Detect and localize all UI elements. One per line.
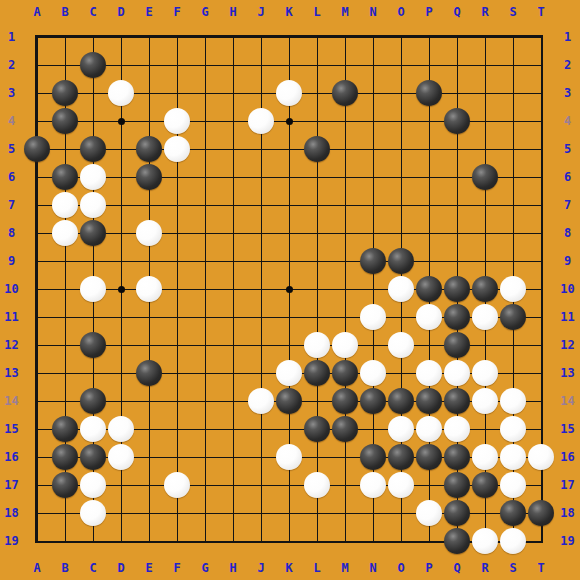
intersection-N18[interactable] <box>359 499 387 527</box>
intersection-Q6[interactable] <box>443 163 471 191</box>
intersection-S1[interactable] <box>499 23 527 51</box>
intersection-F12[interactable] <box>163 331 191 359</box>
intersection-P10[interactable] <box>415 275 443 303</box>
intersection-L4[interactable] <box>303 107 331 135</box>
intersection-M5[interactable] <box>331 135 359 163</box>
intersection-S13[interactable] <box>499 359 527 387</box>
intersection-A6[interactable] <box>23 163 51 191</box>
intersection-E17[interactable] <box>135 471 163 499</box>
intersection-Q13[interactable] <box>443 359 471 387</box>
intersection-G9[interactable] <box>191 247 219 275</box>
intersection-A5[interactable] <box>23 135 51 163</box>
intersection-T13[interactable] <box>527 359 555 387</box>
intersection-L5[interactable] <box>303 135 331 163</box>
intersection-D13[interactable] <box>107 359 135 387</box>
intersection-H15[interactable] <box>219 415 247 443</box>
intersection-J17[interactable] <box>247 471 275 499</box>
intersection-C13[interactable] <box>79 359 107 387</box>
intersection-K2[interactable] <box>275 51 303 79</box>
intersection-L7[interactable] <box>303 191 331 219</box>
intersection-R1[interactable] <box>471 23 499 51</box>
intersection-F16[interactable] <box>163 443 191 471</box>
intersection-N9[interactable] <box>359 247 387 275</box>
intersection-R3[interactable] <box>471 79 499 107</box>
intersection-R12[interactable] <box>471 331 499 359</box>
intersection-Q18[interactable] <box>443 499 471 527</box>
intersection-R17[interactable] <box>471 471 499 499</box>
intersection-G15[interactable] <box>191 415 219 443</box>
intersection-H4[interactable] <box>219 107 247 135</box>
intersection-B2[interactable] <box>51 51 79 79</box>
intersection-H16[interactable] <box>219 443 247 471</box>
intersection-B7[interactable] <box>51 191 79 219</box>
intersection-S14[interactable] <box>499 387 527 415</box>
intersection-P16[interactable] <box>415 443 443 471</box>
intersection-D19[interactable] <box>107 527 135 555</box>
intersection-T10[interactable] <box>527 275 555 303</box>
intersection-F6[interactable] <box>163 163 191 191</box>
intersection-O12[interactable] <box>387 331 415 359</box>
intersection-C8[interactable] <box>79 219 107 247</box>
intersection-A11[interactable] <box>23 303 51 331</box>
intersection-Q3[interactable] <box>443 79 471 107</box>
intersection-T16[interactable] <box>527 443 555 471</box>
intersection-E4[interactable] <box>135 107 163 135</box>
intersection-A4[interactable] <box>23 107 51 135</box>
intersection-C15[interactable] <box>79 415 107 443</box>
intersection-J6[interactable] <box>247 163 275 191</box>
intersection-T5[interactable] <box>527 135 555 163</box>
intersection-T3[interactable] <box>527 79 555 107</box>
intersection-T7[interactable] <box>527 191 555 219</box>
intersection-M10[interactable] <box>331 275 359 303</box>
intersection-C11[interactable] <box>79 303 107 331</box>
intersection-S7[interactable] <box>499 191 527 219</box>
intersection-M11[interactable] <box>331 303 359 331</box>
intersection-B1[interactable] <box>51 23 79 51</box>
intersection-L10[interactable] <box>303 275 331 303</box>
intersection-C16[interactable] <box>79 443 107 471</box>
intersection-A15[interactable] <box>23 415 51 443</box>
intersection-E10[interactable] <box>135 275 163 303</box>
intersection-N5[interactable] <box>359 135 387 163</box>
intersection-K6[interactable] <box>275 163 303 191</box>
intersection-B17[interactable] <box>51 471 79 499</box>
intersection-P8[interactable] <box>415 219 443 247</box>
intersection-K3[interactable] <box>275 79 303 107</box>
intersection-S15[interactable] <box>499 415 527 443</box>
intersection-Q12[interactable] <box>443 331 471 359</box>
intersection-E1[interactable] <box>135 23 163 51</box>
intersection-M6[interactable] <box>331 163 359 191</box>
intersection-P11[interactable] <box>415 303 443 331</box>
intersection-J3[interactable] <box>247 79 275 107</box>
intersection-E7[interactable] <box>135 191 163 219</box>
intersection-G19[interactable] <box>191 527 219 555</box>
intersection-S17[interactable] <box>499 471 527 499</box>
intersection-M1[interactable] <box>331 23 359 51</box>
intersection-B19[interactable] <box>51 527 79 555</box>
intersection-K11[interactable] <box>275 303 303 331</box>
intersection-M13[interactable] <box>331 359 359 387</box>
intersection-M16[interactable] <box>331 443 359 471</box>
intersection-N3[interactable] <box>359 79 387 107</box>
intersection-D18[interactable] <box>107 499 135 527</box>
intersection-K9[interactable] <box>275 247 303 275</box>
intersection-N14[interactable] <box>359 387 387 415</box>
intersection-T1[interactable] <box>527 23 555 51</box>
intersection-J10[interactable] <box>247 275 275 303</box>
intersection-C3[interactable] <box>79 79 107 107</box>
intersection-R9[interactable] <box>471 247 499 275</box>
intersection-P3[interactable] <box>415 79 443 107</box>
intersection-Q2[interactable] <box>443 51 471 79</box>
intersection-A2[interactable] <box>23 51 51 79</box>
intersection-P17[interactable] <box>415 471 443 499</box>
intersection-H1[interactable] <box>219 23 247 51</box>
intersection-F1[interactable] <box>163 23 191 51</box>
intersection-S6[interactable] <box>499 163 527 191</box>
intersection-R7[interactable] <box>471 191 499 219</box>
intersection-F5[interactable] <box>163 135 191 163</box>
intersection-H13[interactable] <box>219 359 247 387</box>
intersection-Q14[interactable] <box>443 387 471 415</box>
intersection-E8[interactable] <box>135 219 163 247</box>
intersection-F13[interactable] <box>163 359 191 387</box>
intersection-A17[interactable] <box>23 471 51 499</box>
intersection-N19[interactable] <box>359 527 387 555</box>
intersection-C14[interactable] <box>79 387 107 415</box>
intersection-S11[interactable] <box>499 303 527 331</box>
intersection-R5[interactable] <box>471 135 499 163</box>
intersection-G17[interactable] <box>191 471 219 499</box>
intersection-S18[interactable] <box>499 499 527 527</box>
intersection-R2[interactable] <box>471 51 499 79</box>
intersection-O3[interactable] <box>387 79 415 107</box>
intersection-Q8[interactable] <box>443 219 471 247</box>
intersection-S3[interactable] <box>499 79 527 107</box>
intersection-S4[interactable] <box>499 107 527 135</box>
intersection-S5[interactable] <box>499 135 527 163</box>
intersection-B14[interactable] <box>51 387 79 415</box>
intersection-O11[interactable] <box>387 303 415 331</box>
intersection-Q4[interactable] <box>443 107 471 135</box>
intersection-O13[interactable] <box>387 359 415 387</box>
intersection-N1[interactable] <box>359 23 387 51</box>
intersection-D8[interactable] <box>107 219 135 247</box>
intersection-H19[interactable] <box>219 527 247 555</box>
intersection-L6[interactable] <box>303 163 331 191</box>
intersection-H17[interactable] <box>219 471 247 499</box>
intersection-B8[interactable] <box>51 219 79 247</box>
intersection-D2[interactable] <box>107 51 135 79</box>
intersection-D15[interactable] <box>107 415 135 443</box>
intersection-M8[interactable] <box>331 219 359 247</box>
intersection-D6[interactable] <box>107 163 135 191</box>
intersection-D11[interactable] <box>107 303 135 331</box>
intersection-L8[interactable] <box>303 219 331 247</box>
intersection-B12[interactable] <box>51 331 79 359</box>
intersection-D4[interactable] <box>107 107 135 135</box>
intersection-H6[interactable] <box>219 163 247 191</box>
intersection-B18[interactable] <box>51 499 79 527</box>
intersection-O4[interactable] <box>387 107 415 135</box>
intersection-N12[interactable] <box>359 331 387 359</box>
intersection-J13[interactable] <box>247 359 275 387</box>
intersection-N10[interactable] <box>359 275 387 303</box>
intersection-T12[interactable] <box>527 331 555 359</box>
intersection-P15[interactable] <box>415 415 443 443</box>
intersection-R14[interactable] <box>471 387 499 415</box>
intersection-L9[interactable] <box>303 247 331 275</box>
intersection-J5[interactable] <box>247 135 275 163</box>
intersection-H14[interactable] <box>219 387 247 415</box>
intersection-G3[interactable] <box>191 79 219 107</box>
intersection-T18[interactable] <box>527 499 555 527</box>
intersection-C19[interactable] <box>79 527 107 555</box>
intersection-K7[interactable] <box>275 191 303 219</box>
intersection-C5[interactable] <box>79 135 107 163</box>
intersection-F15[interactable] <box>163 415 191 443</box>
intersection-E6[interactable] <box>135 163 163 191</box>
intersection-M4[interactable] <box>331 107 359 135</box>
intersection-O8[interactable] <box>387 219 415 247</box>
intersection-A1[interactable] <box>23 23 51 51</box>
intersection-P14[interactable] <box>415 387 443 415</box>
intersection-J9[interactable] <box>247 247 275 275</box>
intersection-H2[interactable] <box>219 51 247 79</box>
intersection-D17[interactable] <box>107 471 135 499</box>
intersection-P6[interactable] <box>415 163 443 191</box>
intersection-M17[interactable] <box>331 471 359 499</box>
intersection-R11[interactable] <box>471 303 499 331</box>
intersection-L1[interactable] <box>303 23 331 51</box>
intersection-E13[interactable] <box>135 359 163 387</box>
intersection-M7[interactable] <box>331 191 359 219</box>
intersection-E9[interactable] <box>135 247 163 275</box>
intersection-K19[interactable] <box>275 527 303 555</box>
intersection-T15[interactable] <box>527 415 555 443</box>
intersection-Q7[interactable] <box>443 191 471 219</box>
intersection-K12[interactable] <box>275 331 303 359</box>
intersection-N2[interactable] <box>359 51 387 79</box>
intersection-E18[interactable] <box>135 499 163 527</box>
intersection-A3[interactable] <box>23 79 51 107</box>
intersection-G14[interactable] <box>191 387 219 415</box>
intersection-L12[interactable] <box>303 331 331 359</box>
intersection-J1[interactable] <box>247 23 275 51</box>
intersection-S9[interactable] <box>499 247 527 275</box>
intersection-F7[interactable] <box>163 191 191 219</box>
intersection-M15[interactable] <box>331 415 359 443</box>
intersection-F3[interactable] <box>163 79 191 107</box>
intersection-A10[interactable] <box>23 275 51 303</box>
intersection-K10[interactable] <box>275 275 303 303</box>
intersection-H12[interactable] <box>219 331 247 359</box>
intersection-H3[interactable] <box>219 79 247 107</box>
intersection-O19[interactable] <box>387 527 415 555</box>
intersection-O16[interactable] <box>387 443 415 471</box>
intersection-F17[interactable] <box>163 471 191 499</box>
intersection-B3[interactable] <box>51 79 79 107</box>
intersection-H10[interactable] <box>219 275 247 303</box>
intersection-D16[interactable] <box>107 443 135 471</box>
intersection-G5[interactable] <box>191 135 219 163</box>
intersection-J19[interactable] <box>247 527 275 555</box>
intersection-O14[interactable] <box>387 387 415 415</box>
intersection-G4[interactable] <box>191 107 219 135</box>
intersection-F14[interactable] <box>163 387 191 415</box>
intersection-P7[interactable] <box>415 191 443 219</box>
intersection-F4[interactable] <box>163 107 191 135</box>
intersection-N16[interactable] <box>359 443 387 471</box>
intersection-L13[interactable] <box>303 359 331 387</box>
intersection-L11[interactable] <box>303 303 331 331</box>
intersection-C1[interactable] <box>79 23 107 51</box>
intersection-E16[interactable] <box>135 443 163 471</box>
intersection-R13[interactable] <box>471 359 499 387</box>
intersection-T14[interactable] <box>527 387 555 415</box>
intersection-O5[interactable] <box>387 135 415 163</box>
intersection-S12[interactable] <box>499 331 527 359</box>
intersection-S16[interactable] <box>499 443 527 471</box>
intersection-B11[interactable] <box>51 303 79 331</box>
intersection-T19[interactable] <box>527 527 555 555</box>
intersection-Q19[interactable] <box>443 527 471 555</box>
intersection-J7[interactable] <box>247 191 275 219</box>
intersection-G1[interactable] <box>191 23 219 51</box>
intersection-O9[interactable] <box>387 247 415 275</box>
intersection-F11[interactable] <box>163 303 191 331</box>
intersection-A19[interactable] <box>23 527 51 555</box>
intersection-T17[interactable] <box>527 471 555 499</box>
intersection-K14[interactable] <box>275 387 303 415</box>
intersection-T8[interactable] <box>527 219 555 247</box>
intersection-K13[interactable] <box>275 359 303 387</box>
intersection-R8[interactable] <box>471 219 499 247</box>
intersection-M2[interactable] <box>331 51 359 79</box>
intersection-C2[interactable] <box>79 51 107 79</box>
intersection-P13[interactable] <box>415 359 443 387</box>
intersection-E5[interactable] <box>135 135 163 163</box>
intersection-E14[interactable] <box>135 387 163 415</box>
intersection-M14[interactable] <box>331 387 359 415</box>
intersection-C12[interactable] <box>79 331 107 359</box>
intersection-P18[interactable] <box>415 499 443 527</box>
intersection-R4[interactable] <box>471 107 499 135</box>
intersection-Q10[interactable] <box>443 275 471 303</box>
intersection-S8[interactable] <box>499 219 527 247</box>
intersection-L16[interactable] <box>303 443 331 471</box>
intersection-A7[interactable] <box>23 191 51 219</box>
intersection-R19[interactable] <box>471 527 499 555</box>
intersection-G6[interactable] <box>191 163 219 191</box>
intersection-P4[interactable] <box>415 107 443 135</box>
intersection-G16[interactable] <box>191 443 219 471</box>
intersection-K1[interactable] <box>275 23 303 51</box>
intersection-O18[interactable] <box>387 499 415 527</box>
intersection-K16[interactable] <box>275 443 303 471</box>
intersection-J2[interactable] <box>247 51 275 79</box>
intersection-D12[interactable] <box>107 331 135 359</box>
intersection-Q5[interactable] <box>443 135 471 163</box>
intersection-D1[interactable] <box>107 23 135 51</box>
intersection-C6[interactable] <box>79 163 107 191</box>
intersection-J16[interactable] <box>247 443 275 471</box>
intersection-N4[interactable] <box>359 107 387 135</box>
intersection-F2[interactable] <box>163 51 191 79</box>
intersection-D5[interactable] <box>107 135 135 163</box>
intersection-K15[interactable] <box>275 415 303 443</box>
intersection-P5[interactable] <box>415 135 443 163</box>
intersection-E19[interactable] <box>135 527 163 555</box>
intersection-B9[interactable] <box>51 247 79 275</box>
intersection-P1[interactable] <box>415 23 443 51</box>
intersection-P2[interactable] <box>415 51 443 79</box>
intersection-J18[interactable] <box>247 499 275 527</box>
intersection-T6[interactable] <box>527 163 555 191</box>
intersection-C17[interactable] <box>79 471 107 499</box>
intersection-S10[interactable] <box>499 275 527 303</box>
intersection-F10[interactable] <box>163 275 191 303</box>
intersection-A12[interactable] <box>23 331 51 359</box>
intersection-Q11[interactable] <box>443 303 471 331</box>
intersection-O6[interactable] <box>387 163 415 191</box>
intersection-A18[interactable] <box>23 499 51 527</box>
intersection-B16[interactable] <box>51 443 79 471</box>
intersection-N11[interactable] <box>359 303 387 331</box>
intersection-Q16[interactable] <box>443 443 471 471</box>
intersection-H11[interactable] <box>219 303 247 331</box>
intersection-R15[interactable] <box>471 415 499 443</box>
intersection-Q1[interactable] <box>443 23 471 51</box>
intersection-Q9[interactable] <box>443 247 471 275</box>
intersection-M19[interactable] <box>331 527 359 555</box>
intersection-A9[interactable] <box>23 247 51 275</box>
intersection-K18[interactable] <box>275 499 303 527</box>
intersection-Q17[interactable] <box>443 471 471 499</box>
intersection-H5[interactable] <box>219 135 247 163</box>
intersection-T9[interactable] <box>527 247 555 275</box>
intersection-N8[interactable] <box>359 219 387 247</box>
intersection-R10[interactable] <box>471 275 499 303</box>
intersection-H9[interactable] <box>219 247 247 275</box>
intersection-E15[interactable] <box>135 415 163 443</box>
intersection-H7[interactable] <box>219 191 247 219</box>
intersection-K4[interactable] <box>275 107 303 135</box>
intersection-R18[interactable] <box>471 499 499 527</box>
intersection-G11[interactable] <box>191 303 219 331</box>
intersection-H8[interactable] <box>219 219 247 247</box>
intersection-L17[interactable] <box>303 471 331 499</box>
intersection-K17[interactable] <box>275 471 303 499</box>
intersection-L19[interactable] <box>303 527 331 555</box>
intersection-J15[interactable] <box>247 415 275 443</box>
intersection-D10[interactable] <box>107 275 135 303</box>
intersection-T4[interactable] <box>527 107 555 135</box>
intersection-O15[interactable] <box>387 415 415 443</box>
intersection-D9[interactable] <box>107 247 135 275</box>
intersection-G8[interactable] <box>191 219 219 247</box>
intersection-M12[interactable] <box>331 331 359 359</box>
intersection-P9[interactable] <box>415 247 443 275</box>
intersection-A14[interactable] <box>23 387 51 415</box>
intersection-A13[interactable] <box>23 359 51 387</box>
intersection-T11[interactable] <box>527 303 555 331</box>
intersection-R16[interactable] <box>471 443 499 471</box>
intersection-L18[interactable] <box>303 499 331 527</box>
intersection-D14[interactable] <box>107 387 135 415</box>
